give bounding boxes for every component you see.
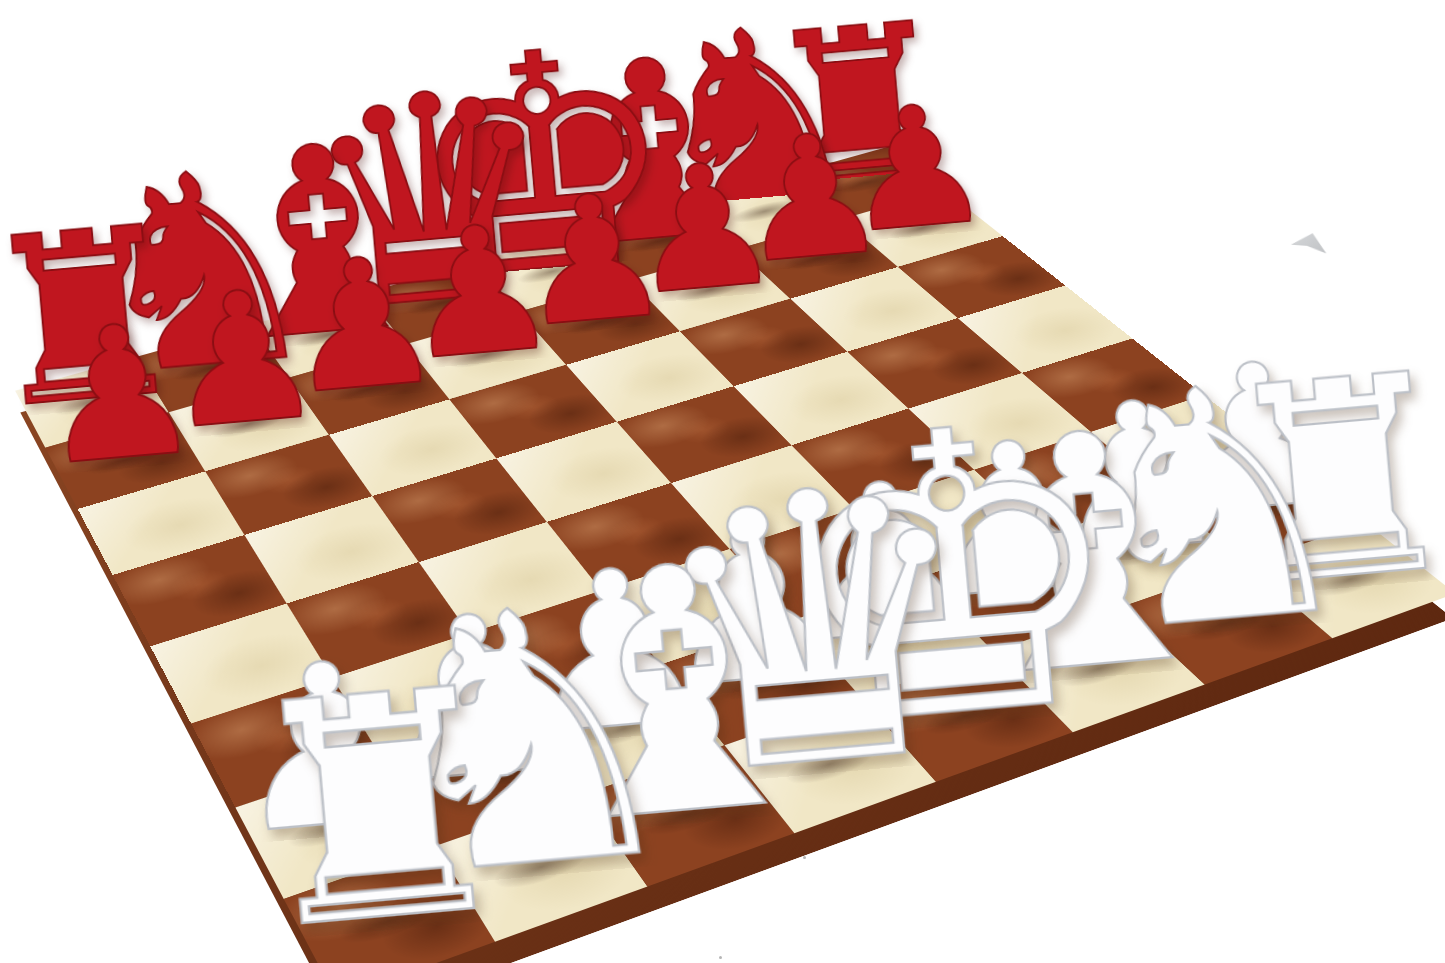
chessboard-grid: ♜♞♝♛♚♝♞♜♟♟♟♟♟♟♟♟♟♟♟♟♟♟♟♟♜♞♝♛♚♝♞♜ — [15, 146, 1445, 963]
photo-canvas: ♜♞♝♛♚♝♞♜♟♟♟♟♟♟♟♟♟♟♟♟♟♟♟♟♜♞♝♛♚♝♞♜ — [0, 0, 1445, 963]
chessboard: ♜♞♝♛♚♝♞♜♟♟♟♟♟♟♟♟♟♟♟♟♟♟♟♟♜♞♝♛♚♝♞♜ — [15, 146, 1445, 963]
square-a7[interactable]: ♟ — [45, 412, 205, 509]
red-pawn-glyph: ♟ — [0, 279, 398, 508]
piece-white-rook[interactable]: ♜ — [15, 584, 734, 950]
chessboard-scene: ♜♞♝♛♚♝♞♜♟♟♟♟♟♟♟♟♟♟♟♟♟♟♟♟♜♞♝♛♚♝♞♜ — [86, 0, 1256, 963]
dust-speck — [719, 956, 722, 959]
square-a1[interactable]: ♜ — [284, 846, 495, 963]
white-rook-glyph: ♜ — [19, 627, 738, 963]
dust-speck — [803, 856, 806, 859]
camera-roll-wrapper: ♜♞♝♛♚♝♞♜♟♟♟♟♟♟♟♟♟♟♟♟♟♟♟♟♜♞♝♛♚♝♞♜ — [0, 0, 1445, 963]
